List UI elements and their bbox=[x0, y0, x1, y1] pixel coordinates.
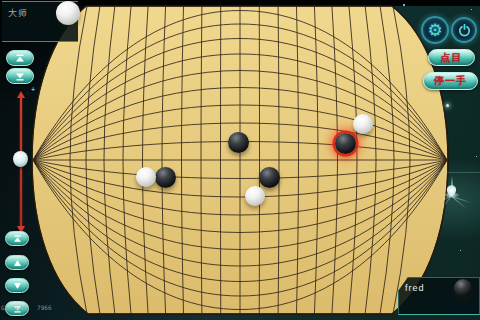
stone-white bbox=[353, 114, 373, 134]
count-points-button[interactable]: 点目 bbox=[428, 49, 475, 66]
plus-star: + bbox=[31, 86, 35, 93]
stone-white bbox=[245, 186, 265, 206]
skip-up-button[interactable] bbox=[6, 50, 34, 66]
power-icon bbox=[458, 24, 471, 37]
white-player-name: 大师 bbox=[8, 7, 28, 20]
count-points-label: 点目 bbox=[441, 51, 463, 65]
skip-up-icon bbox=[15, 54, 25, 63]
prev-move-button[interactable] bbox=[5, 255, 29, 270]
arrow-up-icon bbox=[13, 259, 22, 267]
stone-black bbox=[155, 167, 176, 188]
arrow-down-icon bbox=[13, 282, 22, 290]
settings-button[interactable]: ⚙ bbox=[421, 16, 449, 44]
skip-down-icon bbox=[15, 72, 25, 81]
debug-stats: GL vert: 7966 tri 28 40.3 f 0.015 bbox=[1, 292, 52, 320]
stone-white bbox=[136, 167, 156, 187]
star-dot bbox=[476, 156, 477, 157]
shelf-line bbox=[438, 172, 480, 173]
skip-down-button[interactable] bbox=[6, 68, 34, 84]
first-move-button[interactable] bbox=[5, 231, 29, 246]
next-move-button[interactable] bbox=[5, 278, 29, 293]
pass-label: 停一手 bbox=[434, 74, 467, 88]
white-player-stone-avatar bbox=[56, 1, 80, 25]
star-dot bbox=[460, 250, 461, 251]
power-button[interactable] bbox=[451, 17, 477, 43]
go-board[interactable] bbox=[0, 0, 480, 320]
black-player-stone-avatar bbox=[454, 279, 472, 297]
stone-black-last-move bbox=[335, 133, 356, 154]
stone-black bbox=[259, 167, 280, 188]
gear-icon: ⚙ bbox=[427, 22, 442, 39]
star-dot bbox=[403, 4, 405, 6]
game-screen: + 大师 fred ⚙ 点目 停一手 bbox=[0, 0, 480, 320]
pass-button[interactable]: 停一手 bbox=[423, 72, 478, 90]
black-player-name: fred bbox=[405, 283, 425, 293]
stone-black bbox=[228, 132, 249, 153]
move-slider-handle[interactable] bbox=[13, 151, 28, 167]
debug-line: GL vert: 7966 bbox=[1, 305, 52, 312]
star-dot bbox=[446, 104, 449, 107]
star-dot bbox=[471, 9, 472, 10]
first-move-icon bbox=[13, 235, 22, 243]
